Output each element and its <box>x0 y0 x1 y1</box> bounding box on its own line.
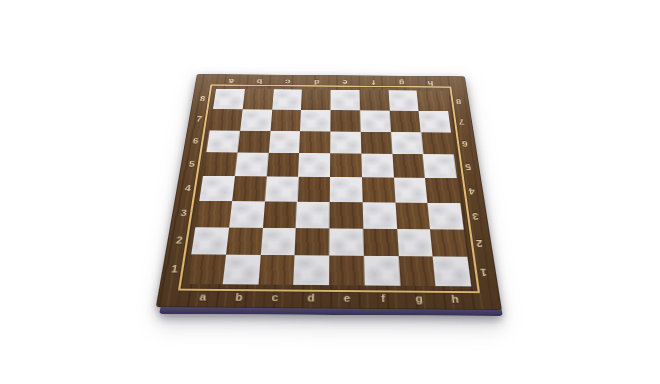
board-scene: abcdefgh abcdefgh 87654321 87654321 <box>0 0 660 384</box>
coord-label-1: 1 <box>480 267 488 277</box>
square-e1[interactable] <box>329 256 365 286</box>
coord-label-h: h <box>427 79 433 85</box>
square-f1[interactable] <box>364 256 400 286</box>
square-e5[interactable] <box>330 153 362 177</box>
coord-label-4: 4 <box>184 184 191 192</box>
square-c1[interactable] <box>258 255 295 285</box>
square-a7[interactable] <box>210 109 243 130</box>
coord-label-b: b <box>257 78 263 84</box>
square-d7[interactable] <box>300 110 330 131</box>
square-e4[interactable] <box>330 177 363 202</box>
coord-label-f: f <box>381 293 385 303</box>
square-a2[interactable] <box>191 227 229 255</box>
square-f8[interactable] <box>359 90 389 110</box>
square-a5[interactable] <box>203 152 237 176</box>
square-b6[interactable] <box>237 130 270 153</box>
square-g7[interactable] <box>389 110 420 131</box>
coord-label-e: e <box>342 79 347 85</box>
square-h4[interactable] <box>425 178 460 203</box>
square-b5[interactable] <box>235 153 269 177</box>
square-h2[interactable] <box>430 229 467 257</box>
square-b1[interactable] <box>222 255 260 285</box>
square-c6[interactable] <box>268 131 300 154</box>
square-e7[interactable] <box>330 110 360 131</box>
coord-label-2: 2 <box>476 238 484 247</box>
coord-label-d: d <box>314 78 320 84</box>
coord-label-d: d <box>307 292 315 302</box>
coord-label-7: 7 <box>196 116 203 123</box>
coord-label-c: c <box>285 78 291 84</box>
squares-grid <box>187 89 471 287</box>
square-g6[interactable] <box>391 132 423 155</box>
square-e3[interactable] <box>330 202 364 229</box>
square-e2[interactable] <box>329 228 364 256</box>
square-f7[interactable] <box>360 110 391 131</box>
square-a3[interactable] <box>195 201 232 227</box>
coord-label-5: 5 <box>188 160 195 168</box>
square-c8[interactable] <box>272 89 302 109</box>
square-c5[interactable] <box>267 153 300 177</box>
square-g2[interactable] <box>397 229 433 257</box>
square-g4[interactable] <box>393 178 427 203</box>
square-b7[interactable] <box>240 109 272 130</box>
coord-label-a: a <box>199 291 207 301</box>
square-d1[interactable] <box>293 255 329 285</box>
square-e8[interactable] <box>331 90 360 110</box>
coords-bottom: abcdefgh <box>183 285 474 311</box>
square-d2[interactable] <box>295 228 330 256</box>
square-d4[interactable] <box>297 177 330 202</box>
square-f3[interactable] <box>362 202 396 229</box>
square-f6[interactable] <box>361 131 393 154</box>
coord-label-e: e <box>344 293 351 303</box>
square-c7[interactable] <box>270 109 301 130</box>
square-g5[interactable] <box>392 154 425 178</box>
coord-label-1: 1 <box>171 264 179 274</box>
square-a4[interactable] <box>199 176 234 201</box>
square-c4[interactable] <box>265 176 299 201</box>
square-h6[interactable] <box>421 132 454 155</box>
coord-label-2: 2 <box>175 236 183 245</box>
coord-label-g: g <box>399 79 405 85</box>
square-g1[interactable] <box>398 256 435 286</box>
square-f4[interactable] <box>362 177 395 202</box>
square-a6[interactable] <box>207 130 240 153</box>
square-h3[interactable] <box>428 203 464 230</box>
square-d8[interactable] <box>301 90 331 110</box>
square-h1[interactable] <box>433 257 471 287</box>
coord-label-b: b <box>235 292 243 302</box>
coord-label-8: 8 <box>199 95 205 102</box>
square-d5[interactable] <box>298 153 330 177</box>
square-d3[interactable] <box>296 202 330 228</box>
coord-label-6: 6 <box>462 140 469 147</box>
coord-label-g: g <box>415 293 423 303</box>
square-b2[interactable] <box>226 227 263 255</box>
coords-top: abcdefgh <box>216 74 445 91</box>
coord-label-h: h <box>451 294 459 304</box>
square-c2[interactable] <box>260 227 296 255</box>
square-h5[interactable] <box>423 154 457 178</box>
square-g8[interactable] <box>388 90 419 110</box>
chess-board: abcdefgh abcdefgh 87654321 87654321 <box>156 74 502 310</box>
square-a1[interactable] <box>187 255 226 285</box>
coord-label-6: 6 <box>192 137 199 144</box>
square-b4[interactable] <box>232 176 267 201</box>
coord-label-4: 4 <box>468 186 475 194</box>
coord-label-8: 8 <box>456 98 462 105</box>
square-g3[interactable] <box>395 202 430 229</box>
square-b3[interactable] <box>229 201 265 227</box>
square-e6[interactable] <box>330 131 361 154</box>
square-h7[interactable] <box>419 111 451 132</box>
square-a8[interactable] <box>213 89 245 109</box>
square-b8[interactable] <box>242 89 273 109</box>
coord-label-3: 3 <box>472 212 479 221</box>
coord-label-a: a <box>228 78 234 84</box>
square-d6[interactable] <box>299 131 330 154</box>
coord-label-c: c <box>271 292 278 302</box>
square-f2[interactable] <box>363 228 398 256</box>
coord-label-5: 5 <box>465 162 472 170</box>
square-h8[interactable] <box>417 91 448 111</box>
square-c3[interactable] <box>262 201 297 227</box>
coord-label-3: 3 <box>180 209 188 218</box>
square-f5[interactable] <box>361 154 393 178</box>
coord-label-f: f <box>372 79 375 85</box>
coord-label-7: 7 <box>458 118 465 125</box>
